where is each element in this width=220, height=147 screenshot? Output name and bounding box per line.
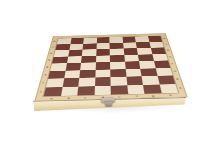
rank-label-left-2: 2 [41,81,45,85]
square-a1 [44,87,62,97]
board-grid [44,36,178,96]
rank-label-right-4: 4 [171,62,175,65]
rank-label-right-5: 5 [168,55,172,58]
rank-label-right-7: 7 [164,43,168,46]
square-c1 [77,86,94,96]
rank-label-left-6: 6 [49,52,53,55]
rank-label-left-4: 4 [45,66,49,69]
file-label-g: g [149,95,157,97]
rank-label-left-3: 3 [43,73,47,77]
rank-label-left-5: 5 [47,59,51,62]
file-label-e: e [116,95,124,97]
file-label-h: h [166,94,174,96]
file-label-f: f [132,95,140,97]
square-e1 [111,85,128,94]
chessboard-photo: abcdefgh 87654321 87654321 [0,0,220,147]
file-label-b: b [65,97,73,99]
rank-label-right-2: 2 [175,78,180,82]
metal-clasp [101,98,115,107]
rank-label-left-7: 7 [51,46,55,49]
square-b1 [60,86,78,96]
rank-label-right-1: 1 [178,86,183,90]
square-d1 [94,85,111,95]
rank-label-right-3: 3 [173,70,177,74]
rank-label-right-8: 8 [163,37,167,40]
chess-board: abcdefgh 87654321 87654321 [34,33,187,101]
clasp-hook [104,102,111,107]
file-label-c: c [82,96,90,98]
rank-label-right-6: 6 [166,49,170,52]
file-label-a: a [48,97,56,99]
rank-label-left-8: 8 [53,40,57,43]
rank-label-left-1: 1 [39,90,44,94]
square-f1 [127,85,145,94]
